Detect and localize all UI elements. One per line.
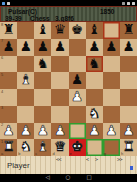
piece-white-king[interactable]: ♚ <box>71 140 83 154</box>
square-f6[interactable]: ♞ <box>86 56 103 73</box>
piece-black-knight[interactable]: ♞ <box>88 57 100 71</box>
piece-black-pawn[interactable]: ♟ <box>88 40 100 54</box>
battery-icon <box>127 2 130 5</box>
square-g1[interactable]: g <box>103 139 120 156</box>
square-f8[interactable]: ♝ <box>86 22 103 39</box>
square-h4[interactable] <box>120 89 137 106</box>
square-e4[interactable]: ♟ <box>69 89 86 106</box>
piece-black-queen[interactable]: ♛ <box>54 23 66 37</box>
square-g8[interactable] <box>103 22 120 39</box>
piece-white-queen[interactable]: ♛ <box>54 140 66 154</box>
piece-white-pawn[interactable]: ♟ <box>71 90 83 104</box>
square-b6[interactable] <box>17 56 34 73</box>
rank-label-6: 6 <box>1 56 3 60</box>
piece-black-knight[interactable]: ♞ <box>37 57 49 71</box>
piece-black-bishop[interactable]: ♝ <box>88 23 100 37</box>
square-f7[interactable]: ♟ <box>86 39 103 56</box>
rank-label-3: 3 <box>1 106 3 110</box>
square-c7[interactable]: ♟ <box>34 39 51 56</box>
square-c4[interactable] <box>34 89 51 106</box>
square-b8[interactable] <box>17 22 34 39</box>
piece-white-pawn[interactable]: ♟ <box>20 124 32 138</box>
square-d7[interactable]: ♟ <box>51 39 68 56</box>
square-a5[interactable]: 5 <box>0 72 17 89</box>
square-g5[interactable] <box>103 72 120 89</box>
square-b2[interactable]: ♟ <box>17 123 34 140</box>
square-h2[interactable]: ♟ <box>120 123 137 140</box>
notification-icon <box>2 2 5 5</box>
square-a1[interactable]: 1a♜ <box>0 139 17 156</box>
square-a3[interactable]: 3 <box>0 106 17 123</box>
square-e8[interactable]: ♚ <box>69 22 86 39</box>
square-f3[interactable]: ♞ <box>86 106 103 123</box>
square-d2[interactable]: ♟ <box>51 123 68 140</box>
rank-label-4: 4 <box>1 90 3 94</box>
square-g3[interactable] <box>103 106 120 123</box>
nav-first-move-button[interactable]: << <box>56 156 61 162</box>
piece-black-pawn[interactable]: ♟ <box>71 73 83 87</box>
piece-white-pawn[interactable]: ♟ <box>54 124 66 138</box>
square-e1[interactable]: e♚ <box>69 139 86 156</box>
square-a4[interactable]: 4 <box>0 89 17 106</box>
square-a7[interactable]: 7♟ <box>0 39 17 56</box>
square-d5[interactable] <box>51 72 68 89</box>
square-a8[interactable]: 8♜ <box>0 22 17 39</box>
square-c2[interactable]: ♟ <box>34 123 51 140</box>
square-b1[interactable]: b♞ <box>17 139 34 156</box>
square-d3[interactable] <box>51 106 68 123</box>
square-d1[interactable]: d♛ <box>51 139 68 156</box>
piece-white-pawn[interactable]: ♟ <box>3 124 15 138</box>
piece-white-knight[interactable]: ♞ <box>88 107 100 121</box>
square-g2[interactable]: ♟ <box>103 123 120 140</box>
bottom-bar: << < > >> Player <box>0 156 137 174</box>
player-name-label: Player <box>7 161 30 170</box>
square-d4[interactable] <box>51 89 68 106</box>
square-c1[interactable]: c♝ <box>34 139 51 156</box>
piece-black-pawn[interactable]: ♟ <box>20 40 32 54</box>
piece-black-pawn[interactable]: ♟ <box>54 40 66 54</box>
opponent-rating: 1850 <box>100 8 114 15</box>
piece-black-king[interactable]: ♚ <box>71 23 83 37</box>
square-h6[interactable] <box>120 56 137 73</box>
square-c8[interactable]: ♝ <box>34 22 51 39</box>
piece-black-pawn[interactable]: ♟ <box>37 40 49 54</box>
status-notification-icons <box>2 2 10 5</box>
file-label-f: f <box>87 152 88 156</box>
square-f2[interactable]: ♟ <box>86 123 103 140</box>
rank-label-5: 5 <box>1 73 3 77</box>
back-icon[interactable]: ◁ <box>45 175 49 181</box>
square-c3[interactable] <box>34 106 51 123</box>
piece-black-pawn[interactable]: ♟ <box>122 40 134 54</box>
square-a2[interactable]: 2♟ <box>0 123 17 140</box>
square-h1[interactable]: h♜ <box>120 139 137 156</box>
chess-board: 8♜♝♛♚♝♜7♟♟♟♟♟♟♟6♞♞5♝♟4♟3♞2♟♟♟♟♟♟♟1a♜b♞c♝… <box>0 22 137 156</box>
square-f4[interactable] <box>86 89 103 106</box>
nav-previous-move-button[interactable]: < <box>86 156 89 162</box>
square-h8[interactable]: ♜ <box>120 22 137 39</box>
clock-icon <box>132 2 135 5</box>
piece-white-knight[interactable]: ♞ <box>20 140 32 154</box>
square-d6[interactable] <box>51 56 68 73</box>
square-e7[interactable] <box>69 39 86 56</box>
nav-next-move-button[interactable]: > <box>95 156 98 162</box>
piece-white-rook[interactable]: ♜ <box>3 140 15 154</box>
status-system-icons <box>122 2 135 5</box>
bottom-bar-icon[interactable] <box>130 166 133 170</box>
square-g6[interactable] <box>103 56 120 73</box>
square-b5[interactable]: ♝ <box>17 72 34 89</box>
square-h3[interactable] <box>120 106 137 123</box>
square-b3[interactable] <box>17 106 34 123</box>
square-e6[interactable] <box>69 56 86 73</box>
piece-white-pawn[interactable]: ♟ <box>122 124 134 138</box>
square-g4[interactable] <box>103 89 120 106</box>
piece-white-rook[interactable]: ♜ <box>122 140 134 154</box>
recents-icon[interactable]: □ <box>86 175 91 181</box>
piece-white-pawn[interactable]: ♟ <box>88 124 100 138</box>
square-f5[interactable] <box>86 72 103 89</box>
piece-black-pawn[interactable]: ♟ <box>3 40 15 54</box>
square-h5[interactable] <box>120 72 137 89</box>
signal-icon <box>122 2 125 5</box>
opponent-name: Pulsar(C) <box>8 8 37 15</box>
piece-black-rook[interactable]: ♜ <box>122 23 134 37</box>
square-c5[interactable] <box>34 72 51 89</box>
square-d8[interactable]: ♛ <box>51 22 68 39</box>
piece-white-pawn[interactable]: ♟ <box>105 124 117 138</box>
piece-black-bishop[interactable]: ♝ <box>37 23 49 37</box>
square-g7[interactable]: ♟ <box>103 39 120 56</box>
square-f1[interactable]: f <box>86 139 103 156</box>
nav-last-move-button[interactable]: >> <box>117 156 122 162</box>
android-navigation-bar: ◁ ○ □ <box>0 174 137 182</box>
square-h7[interactable]: ♟ <box>120 39 137 56</box>
square-b7[interactable]: ♟ <box>17 39 34 56</box>
square-b4[interactable] <box>17 89 34 106</box>
square-e3[interactable] <box>69 106 86 123</box>
piece-white-bishop[interactable]: ♝ <box>20 73 32 87</box>
piece-white-bishop[interactable]: ♝ <box>37 140 49 154</box>
piece-white-pawn[interactable]: ♟ <box>37 124 49 138</box>
home-icon[interactable]: ○ <box>66 175 71 181</box>
piece-black-pawn[interactable]: ♟ <box>105 40 117 54</box>
square-c6[interactable]: ♞ <box>34 56 51 73</box>
game-info-header: Pulsar(C) 1850 39-39 Chess 3.g8f6 <box>0 6 137 22</box>
square-e2[interactable] <box>69 123 86 140</box>
square-a6[interactable]: 6 <box>0 56 17 73</box>
piece-black-rook[interactable]: ♜ <box>3 23 15 37</box>
square-e5[interactable]: ♟ <box>69 72 86 89</box>
notification-icon <box>7 2 10 5</box>
file-label-g: g <box>104 152 106 156</box>
